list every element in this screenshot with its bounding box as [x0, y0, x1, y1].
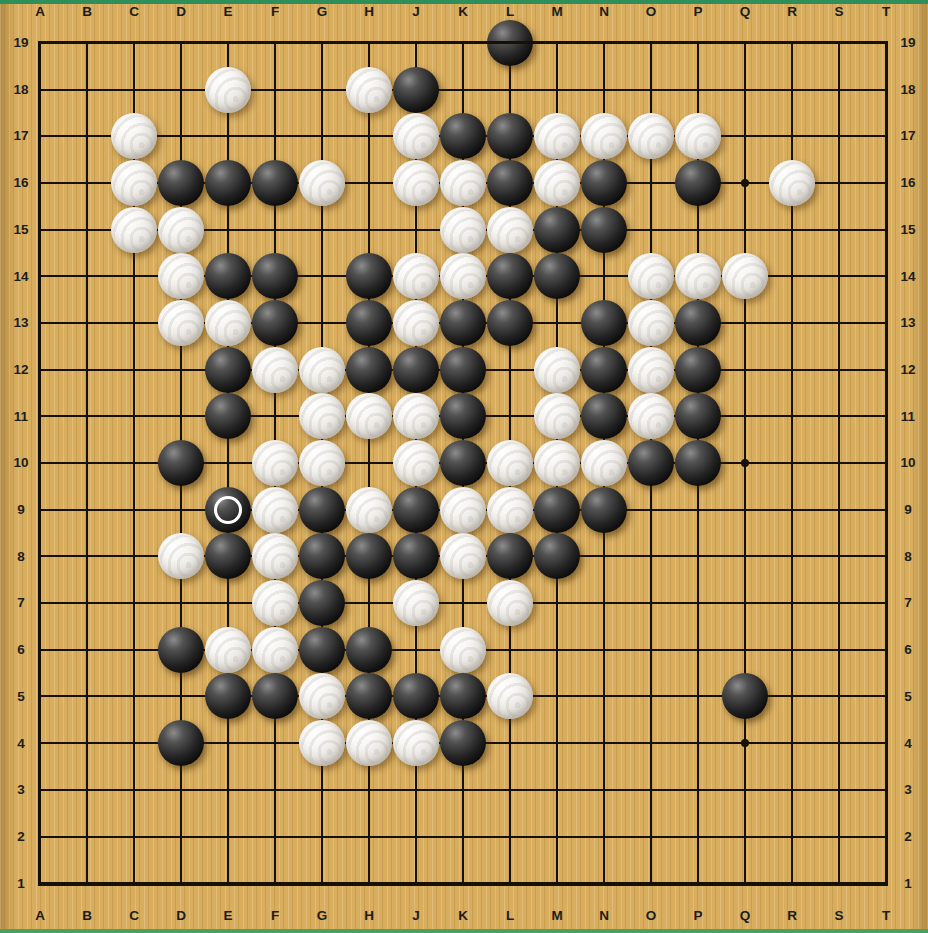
- intersection-D16[interactable]: [158, 160, 205, 207]
- intersection-F4[interactable]: [252, 720, 299, 767]
- intersection-T5[interactable]: [863, 673, 910, 720]
- intersection-N8[interactable]: [581, 533, 628, 580]
- intersection-M16[interactable]: [534, 160, 581, 207]
- intersection-N10[interactable]: [581, 440, 628, 487]
- intersection-E13[interactable]: [205, 300, 252, 347]
- intersection-R8[interactable]: [769, 533, 816, 580]
- intersection-N1[interactable]: [581, 860, 628, 907]
- intersection-C7[interactable]: [111, 580, 158, 627]
- intersection-H19[interactable]: [346, 20, 393, 67]
- intersection-Q3[interactable]: [722, 767, 769, 814]
- intersection-S17[interactable]: [816, 113, 863, 160]
- intersection-S3[interactable]: [816, 767, 863, 814]
- intersection-G9[interactable]: [299, 486, 346, 533]
- intersection-N16[interactable]: [581, 160, 628, 207]
- intersection-K4[interactable]: [440, 720, 487, 767]
- intersection-L13[interactable]: [487, 300, 534, 347]
- intersection-K17[interactable]: [440, 113, 487, 160]
- intersection-R16[interactable]: [769, 160, 816, 207]
- intersection-P14[interactable]: [675, 253, 722, 300]
- intersection-N18[interactable]: [581, 66, 628, 113]
- intersection-P11[interactable]: [675, 393, 722, 440]
- intersection-K6[interactable]: [440, 626, 487, 673]
- intersection-B5[interactable]: [64, 673, 111, 720]
- intersection-R17[interactable]: [769, 113, 816, 160]
- intersection-F9[interactable]: [252, 486, 299, 533]
- intersection-B8[interactable]: [64, 533, 111, 580]
- intersection-G1[interactable]: [299, 860, 346, 907]
- intersection-L14[interactable]: [487, 253, 534, 300]
- intersection-D3[interactable]: [158, 767, 205, 814]
- intersection-Q12[interactable]: [722, 346, 769, 393]
- intersection-F6[interactable]: [252, 626, 299, 673]
- intersection-J14[interactable]: [393, 253, 440, 300]
- intersection-K8[interactable]: [440, 533, 487, 580]
- intersection-B16[interactable]: [64, 160, 111, 207]
- intersection-L9[interactable]: [487, 486, 534, 533]
- intersection-S10[interactable]: [816, 440, 863, 487]
- intersection-B10[interactable]: [64, 440, 111, 487]
- intersection-T4[interactable]: [863, 720, 910, 767]
- intersection-S2[interactable]: [816, 813, 863, 860]
- intersection-M5[interactable]: [534, 673, 581, 720]
- intersection-R13[interactable]: [769, 300, 816, 347]
- intersection-C2[interactable]: [111, 813, 158, 860]
- intersection-Q14[interactable]: [722, 253, 769, 300]
- intersection-F10[interactable]: [252, 440, 299, 487]
- intersection-L7[interactable]: [487, 580, 534, 627]
- intersection-J1[interactable]: [393, 860, 440, 907]
- intersection-N15[interactable]: [581, 206, 628, 253]
- intersection-Q5[interactable]: [722, 673, 769, 720]
- intersection-T3[interactable]: [863, 767, 910, 814]
- intersection-L11[interactable]: [487, 393, 534, 440]
- intersection-N17[interactable]: [581, 113, 628, 160]
- intersection-P19[interactable]: [675, 20, 722, 67]
- intersection-H17[interactable]: [346, 113, 393, 160]
- intersection-S16[interactable]: [816, 160, 863, 207]
- intersection-G5[interactable]: [299, 673, 346, 720]
- intersection-D1[interactable]: [158, 860, 205, 907]
- intersection-M19[interactable]: [534, 20, 581, 67]
- intersection-B4[interactable]: [64, 720, 111, 767]
- intersection-O7[interactable]: [628, 580, 675, 627]
- intersection-K14[interactable]: [440, 253, 487, 300]
- intersection-E9[interactable]: [205, 486, 252, 533]
- intersection-S8[interactable]: [816, 533, 863, 580]
- intersection-B12[interactable]: [64, 346, 111, 393]
- intersection-F1[interactable]: [252, 860, 299, 907]
- intersection-R5[interactable]: [769, 673, 816, 720]
- intersection-L15[interactable]: [487, 206, 534, 253]
- intersection-L10[interactable]: [487, 440, 534, 487]
- intersection-M1[interactable]: [534, 860, 581, 907]
- intersection-P17[interactable]: [675, 113, 722, 160]
- intersection-S15[interactable]: [816, 206, 863, 253]
- intersection-L8[interactable]: [487, 533, 534, 580]
- intersection-Q1[interactable]: [722, 860, 769, 907]
- intersection-Q18[interactable]: [722, 66, 769, 113]
- intersection-F18[interactable]: [252, 66, 299, 113]
- intersection-L6[interactable]: [487, 626, 534, 673]
- intersection-H12[interactable]: [346, 346, 393, 393]
- intersection-F19[interactable]: [252, 20, 299, 67]
- intersection-K10[interactable]: [440, 440, 487, 487]
- intersection-Q16[interactable]: [722, 160, 769, 207]
- intersection-C8[interactable]: [111, 533, 158, 580]
- intersection-Q13[interactable]: [722, 300, 769, 347]
- intersection-B19[interactable]: [64, 20, 111, 67]
- intersection-G3[interactable]: [299, 767, 346, 814]
- intersection-C5[interactable]: [111, 673, 158, 720]
- intersection-E2[interactable]: [205, 813, 252, 860]
- intersection-K15[interactable]: [440, 206, 487, 253]
- intersection-S13[interactable]: [816, 300, 863, 347]
- intersection-O16[interactable]: [628, 160, 675, 207]
- intersection-Q9[interactable]: [722, 486, 769, 533]
- intersection-O4[interactable]: [628, 720, 675, 767]
- intersection-F14[interactable]: [252, 253, 299, 300]
- intersection-K5[interactable]: [440, 673, 487, 720]
- intersection-C4[interactable]: [111, 720, 158, 767]
- intersection-N13[interactable]: [581, 300, 628, 347]
- intersection-J4[interactable]: [393, 720, 440, 767]
- intersection-O8[interactable]: [628, 533, 675, 580]
- intersection-F17[interactable]: [252, 113, 299, 160]
- intersection-C11[interactable]: [111, 393, 158, 440]
- intersection-R18[interactable]: [769, 66, 816, 113]
- intersection-P1[interactable]: [675, 860, 722, 907]
- intersection-N6[interactable]: [581, 626, 628, 673]
- intersection-D9[interactable]: [158, 486, 205, 533]
- intersection-M3[interactable]: [534, 767, 581, 814]
- intersection-S4[interactable]: [816, 720, 863, 767]
- intersection-D15[interactable]: [158, 206, 205, 253]
- intersection-H15[interactable]: [346, 206, 393, 253]
- intersection-G11[interactable]: [299, 393, 346, 440]
- intersection-B9[interactable]: [64, 486, 111, 533]
- intersection-G15[interactable]: [299, 206, 346, 253]
- intersection-B13[interactable]: [64, 300, 111, 347]
- intersection-O2[interactable]: [628, 813, 675, 860]
- intersection-J11[interactable]: [393, 393, 440, 440]
- intersection-N9[interactable]: [581, 486, 628, 533]
- intersection-Q11[interactable]: [722, 393, 769, 440]
- intersection-D7[interactable]: [158, 580, 205, 627]
- intersection-M9[interactable]: [534, 486, 581, 533]
- intersection-R1[interactable]: [769, 860, 816, 907]
- intersection-P2[interactable]: [675, 813, 722, 860]
- intersection-T6[interactable]: [863, 626, 910, 673]
- intersection-L12[interactable]: [487, 346, 534, 393]
- intersection-K19[interactable]: [440, 20, 487, 67]
- intersection-R11[interactable]: [769, 393, 816, 440]
- intersection-O15[interactable]: [628, 206, 675, 253]
- intersection-H10[interactable]: [346, 440, 393, 487]
- intersection-E4[interactable]: [205, 720, 252, 767]
- intersection-K1[interactable]: [440, 860, 487, 907]
- intersection-G19[interactable]: [299, 20, 346, 67]
- intersection-S19[interactable]: [816, 20, 863, 67]
- intersection-J12[interactable]: [393, 346, 440, 393]
- intersection-O3[interactable]: [628, 767, 675, 814]
- intersection-J15[interactable]: [393, 206, 440, 253]
- intersection-R15[interactable]: [769, 206, 816, 253]
- intersection-J3[interactable]: [393, 767, 440, 814]
- intersection-N7[interactable]: [581, 580, 628, 627]
- intersection-P13[interactable]: [675, 300, 722, 347]
- intersection-M15[interactable]: [534, 206, 581, 253]
- intersection-R10[interactable]: [769, 440, 816, 487]
- intersection-C6[interactable]: [111, 626, 158, 673]
- intersection-M4[interactable]: [534, 720, 581, 767]
- intersection-N11[interactable]: [581, 393, 628, 440]
- intersection-C3[interactable]: [111, 767, 158, 814]
- intersection-H13[interactable]: [346, 300, 393, 347]
- intersection-P4[interactable]: [675, 720, 722, 767]
- intersection-C17[interactable]: [111, 113, 158, 160]
- intersection-K9[interactable]: [440, 486, 487, 533]
- intersection-M14[interactable]: [534, 253, 581, 300]
- intersection-D6[interactable]: [158, 626, 205, 673]
- intersection-R9[interactable]: [769, 486, 816, 533]
- intersection-J2[interactable]: [393, 813, 440, 860]
- intersection-J17[interactable]: [393, 113, 440, 160]
- intersection-O9[interactable]: [628, 486, 675, 533]
- intersection-G7[interactable]: [299, 580, 346, 627]
- intersection-P7[interactable]: [675, 580, 722, 627]
- intersection-P15[interactable]: [675, 206, 722, 253]
- intersection-J13[interactable]: [393, 300, 440, 347]
- intersection-S5[interactable]: [816, 673, 863, 720]
- intersection-F8[interactable]: [252, 533, 299, 580]
- intersection-M6[interactable]: [534, 626, 581, 673]
- intersection-R14[interactable]: [769, 253, 816, 300]
- intersection-O18[interactable]: [628, 66, 675, 113]
- intersection-F12[interactable]: [252, 346, 299, 393]
- intersection-F13[interactable]: [252, 300, 299, 347]
- intersection-T2[interactable]: [863, 813, 910, 860]
- intersection-D2[interactable]: [158, 813, 205, 860]
- intersection-N19[interactable]: [581, 20, 628, 67]
- intersection-O19[interactable]: [628, 20, 675, 67]
- intersection-L19[interactable]: [487, 20, 534, 67]
- intersection-E8[interactable]: [205, 533, 252, 580]
- intersection-H1[interactable]: [346, 860, 393, 907]
- intersection-C13[interactable]: [111, 300, 158, 347]
- intersection-B7[interactable]: [64, 580, 111, 627]
- intersection-K12[interactable]: [440, 346, 487, 393]
- intersection-R19[interactable]: [769, 20, 816, 67]
- intersection-S18[interactable]: [816, 66, 863, 113]
- intersection-E19[interactable]: [205, 20, 252, 67]
- intersection-R4[interactable]: [769, 720, 816, 767]
- intersection-S12[interactable]: [816, 346, 863, 393]
- intersection-O6[interactable]: [628, 626, 675, 673]
- intersection-B17[interactable]: [64, 113, 111, 160]
- intersection-O12[interactable]: [628, 346, 675, 393]
- intersection-G10[interactable]: [299, 440, 346, 487]
- intersection-Q8[interactable]: [722, 533, 769, 580]
- intersection-M8[interactable]: [534, 533, 581, 580]
- intersection-Q10[interactable]: [722, 440, 769, 487]
- intersection-D10[interactable]: [158, 440, 205, 487]
- intersection-J16[interactable]: [393, 160, 440, 207]
- intersection-L3[interactable]: [487, 767, 534, 814]
- intersection-O13[interactable]: [628, 300, 675, 347]
- intersection-D18[interactable]: [158, 66, 205, 113]
- intersection-E3[interactable]: [205, 767, 252, 814]
- intersection-G17[interactable]: [299, 113, 346, 160]
- intersection-M17[interactable]: [534, 113, 581, 160]
- intersection-N5[interactable]: [581, 673, 628, 720]
- intersection-P9[interactable]: [675, 486, 722, 533]
- intersection-Q4[interactable]: [722, 720, 769, 767]
- intersection-B6[interactable]: [64, 626, 111, 673]
- intersection-J7[interactable]: [393, 580, 440, 627]
- intersection-D4[interactable]: [158, 720, 205, 767]
- intersection-M10[interactable]: [534, 440, 581, 487]
- intersection-Q19[interactable]: [722, 20, 769, 67]
- intersection-E10[interactable]: [205, 440, 252, 487]
- intersection-D19[interactable]: [158, 20, 205, 67]
- intersection-J5[interactable]: [393, 673, 440, 720]
- intersection-B1[interactable]: [64, 860, 111, 907]
- intersection-M2[interactable]: [534, 813, 581, 860]
- intersection-N14[interactable]: [581, 253, 628, 300]
- intersection-T1[interactable]: [863, 860, 910, 907]
- intersection-N12[interactable]: [581, 346, 628, 393]
- intersection-G4[interactable]: [299, 720, 346, 767]
- intersection-H2[interactable]: [346, 813, 393, 860]
- intersection-L18[interactable]: [487, 66, 534, 113]
- intersection-P18[interactable]: [675, 66, 722, 113]
- intersection-E7[interactable]: [205, 580, 252, 627]
- intersection-B3[interactable]: [64, 767, 111, 814]
- intersection-O14[interactable]: [628, 253, 675, 300]
- intersection-E5[interactable]: [205, 673, 252, 720]
- intersection-O11[interactable]: [628, 393, 675, 440]
- intersection-G18[interactable]: [299, 66, 346, 113]
- intersection-O5[interactable]: [628, 673, 675, 720]
- intersection-F15[interactable]: [252, 206, 299, 253]
- intersection-J19[interactable]: [393, 20, 440, 67]
- intersection-F7[interactable]: [252, 580, 299, 627]
- intersection-C18[interactable]: [111, 66, 158, 113]
- intersection-H8[interactable]: [346, 533, 393, 580]
- intersection-G13[interactable]: [299, 300, 346, 347]
- intersection-S9[interactable]: [816, 486, 863, 533]
- intersection-L1[interactable]: [487, 860, 534, 907]
- intersection-M12[interactable]: [534, 346, 581, 393]
- intersection-C10[interactable]: [111, 440, 158, 487]
- intersection-R6[interactable]: [769, 626, 816, 673]
- intersection-T8[interactable]: [863, 533, 910, 580]
- intersection-S6[interactable]: [816, 626, 863, 673]
- intersection-S7[interactable]: [816, 580, 863, 627]
- intersection-D13[interactable]: [158, 300, 205, 347]
- go-board[interactable]: [17, 20, 910, 907]
- intersection-T9[interactable]: [863, 486, 910, 533]
- intersection-M13[interactable]: [534, 300, 581, 347]
- intersection-M11[interactable]: [534, 393, 581, 440]
- intersection-F16[interactable]: [252, 160, 299, 207]
- intersection-L16[interactable]: [487, 160, 534, 207]
- intersection-C1[interactable]: [111, 860, 158, 907]
- intersection-B15[interactable]: [64, 206, 111, 253]
- intersection-E1[interactable]: [205, 860, 252, 907]
- intersection-K11[interactable]: [440, 393, 487, 440]
- intersection-C15[interactable]: [111, 206, 158, 253]
- intersection-R12[interactable]: [769, 346, 816, 393]
- intersection-J9[interactable]: [393, 486, 440, 533]
- intersection-H7[interactable]: [346, 580, 393, 627]
- intersection-E14[interactable]: [205, 253, 252, 300]
- intersection-E11[interactable]: [205, 393, 252, 440]
- intersection-E17[interactable]: [205, 113, 252, 160]
- intersection-H3[interactable]: [346, 767, 393, 814]
- intersection-L4[interactable]: [487, 720, 534, 767]
- intersection-F3[interactable]: [252, 767, 299, 814]
- intersection-C19[interactable]: [111, 20, 158, 67]
- intersection-C9[interactable]: [111, 486, 158, 533]
- intersection-J18[interactable]: [393, 66, 440, 113]
- intersection-O1[interactable]: [628, 860, 675, 907]
- intersection-D11[interactable]: [158, 393, 205, 440]
- intersection-N2[interactable]: [581, 813, 628, 860]
- intersection-G16[interactable]: [299, 160, 346, 207]
- intersection-H11[interactable]: [346, 393, 393, 440]
- intersection-E12[interactable]: [205, 346, 252, 393]
- intersection-H18[interactable]: [346, 66, 393, 113]
- intersection-J6[interactable]: [393, 626, 440, 673]
- intersection-H5[interactable]: [346, 673, 393, 720]
- intersection-E18[interactable]: [205, 66, 252, 113]
- intersection-B14[interactable]: [64, 253, 111, 300]
- intersection-B11[interactable]: [64, 393, 111, 440]
- intersection-G6[interactable]: [299, 626, 346, 673]
- intersection-K7[interactable]: [440, 580, 487, 627]
- intersection-J10[interactable]: [393, 440, 440, 487]
- intersection-P12[interactable]: [675, 346, 722, 393]
- intersection-M7[interactable]: [534, 580, 581, 627]
- intersection-P10[interactable]: [675, 440, 722, 487]
- intersection-B2[interactable]: [64, 813, 111, 860]
- intersection-Q15[interactable]: [722, 206, 769, 253]
- intersection-K2[interactable]: [440, 813, 487, 860]
- intersection-O10[interactable]: [628, 440, 675, 487]
- intersection-P3[interactable]: [675, 767, 722, 814]
- intersection-T7[interactable]: [863, 580, 910, 627]
- intersection-S1[interactable]: [816, 860, 863, 907]
- intersection-R3[interactable]: [769, 767, 816, 814]
- intersection-M18[interactable]: [534, 66, 581, 113]
- intersection-Q17[interactable]: [722, 113, 769, 160]
- intersection-N4[interactable]: [581, 720, 628, 767]
- intersection-F5[interactable]: [252, 673, 299, 720]
- intersection-H4[interactable]: [346, 720, 393, 767]
- intersection-D17[interactable]: [158, 113, 205, 160]
- intersection-C12[interactable]: [111, 346, 158, 393]
- intersection-B18[interactable]: [64, 66, 111, 113]
- intersection-D5[interactable]: [158, 673, 205, 720]
- intersection-E15[interactable]: [205, 206, 252, 253]
- intersection-D14[interactable]: [158, 253, 205, 300]
- intersection-P16[interactable]: [675, 160, 722, 207]
- intersection-G2[interactable]: [299, 813, 346, 860]
- intersection-C16[interactable]: [111, 160, 158, 207]
- intersection-L5[interactable]: [487, 673, 534, 720]
